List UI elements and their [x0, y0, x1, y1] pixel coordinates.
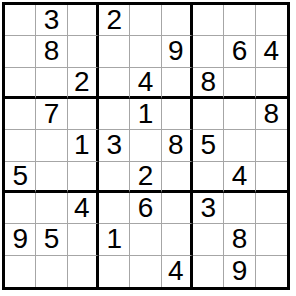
cell-r2c3[interactable]: [68, 36, 99, 67]
given-digit: 8: [168, 131, 184, 159]
given-digit: 8: [44, 37, 60, 65]
cell-r8c2[interactable]: 5: [36, 224, 67, 255]
cell-r7c5[interactable]: 6: [130, 193, 161, 224]
cell-r5c1[interactable]: [5, 130, 36, 161]
cell-r9c7[interactable]: [193, 256, 224, 287]
cell-r8c3[interactable]: [68, 224, 99, 255]
given-digit: 6: [232, 37, 248, 65]
cell-r7c9[interactable]: [256, 193, 287, 224]
cell-r4c5[interactable]: 1: [130, 99, 161, 130]
cell-r3c3[interactable]: 2: [68, 68, 99, 99]
given-digit: 9: [168, 37, 184, 65]
cell-r7c8[interactable]: [224, 193, 255, 224]
cell-r3c8[interactable]: [224, 68, 255, 99]
given-digit: 5: [44, 225, 60, 253]
cell-r4c2[interactable]: 7: [36, 99, 67, 130]
given-digit: 4: [232, 162, 248, 190]
cell-r8c7[interactable]: [193, 224, 224, 255]
cell-r5c7[interactable]: 5: [193, 130, 224, 161]
cell-r7c6[interactable]: [162, 193, 193, 224]
cell-r1c6[interactable]: [162, 5, 193, 36]
cell-r6c8[interactable]: 4: [224, 162, 255, 193]
cell-r3c5[interactable]: 4: [130, 68, 161, 99]
cell-r3c6[interactable]: [162, 68, 193, 99]
cell-r8c9[interactable]: [256, 224, 287, 255]
cell-r2c5[interactable]: [130, 36, 161, 67]
cell-r1c9[interactable]: [256, 5, 287, 36]
cell-r2c8[interactable]: 6: [224, 36, 255, 67]
given-digit: 5: [200, 131, 216, 159]
cell-r7c4[interactable]: [99, 193, 130, 224]
cell-r8c4[interactable]: 1: [99, 224, 130, 255]
cell-r6c7[interactable]: [193, 162, 224, 193]
cell-r9c6[interactable]: 4: [162, 256, 193, 287]
cell-r7c1[interactable]: [5, 193, 36, 224]
cell-r9c1[interactable]: [5, 256, 36, 287]
cell-r9c9[interactable]: [256, 256, 287, 287]
given-digit: 2: [106, 6, 122, 34]
cell-r6c9[interactable]: [256, 162, 287, 193]
cell-r5c2[interactable]: [36, 130, 67, 161]
cell-r5c4[interactable]: 3: [99, 130, 130, 161]
cell-r1c5[interactable]: [130, 5, 161, 36]
cell-r9c8[interactable]: 9: [224, 256, 255, 287]
cell-r1c2[interactable]: 3: [36, 5, 67, 36]
cell-r3c7[interactable]: 8: [193, 68, 224, 99]
sudoku-board: 3289642487181385524463951849: [2, 2, 290, 290]
cell-r5c8[interactable]: [224, 130, 255, 161]
cell-r6c6[interactable]: [162, 162, 193, 193]
given-digit: 3: [200, 194, 216, 222]
given-digit: 2: [74, 68, 90, 96]
given-digit: 3: [44, 6, 60, 34]
cell-r4c4[interactable]: [99, 99, 130, 130]
given-digit: 1: [138, 100, 154, 128]
given-digit: 6: [138, 194, 154, 222]
cell-r3c9[interactable]: [256, 68, 287, 99]
cell-r2c9[interactable]: 4: [256, 36, 287, 67]
given-digit: 7: [44, 100, 60, 128]
cell-r6c3[interactable]: [68, 162, 99, 193]
given-digit: 4: [168, 257, 184, 285]
cell-r4c9[interactable]: 8: [256, 99, 287, 130]
cell-r2c6[interactable]: 9: [162, 36, 193, 67]
cell-r9c4[interactable]: [99, 256, 130, 287]
cell-r8c6[interactable]: [162, 224, 193, 255]
cell-r2c4[interactable]: [99, 36, 130, 67]
cell-r1c1[interactable]: [5, 5, 36, 36]
cell-r4c7[interactable]: [193, 99, 224, 130]
cell-r9c2[interactable]: [36, 256, 67, 287]
cell-r1c4[interactable]: 2: [99, 5, 130, 36]
cell-r8c8[interactable]: 8: [224, 224, 255, 255]
given-digit: 4: [138, 68, 154, 96]
cell-r7c3[interactable]: 4: [68, 193, 99, 224]
cell-r4c6[interactable]: [162, 99, 193, 130]
cell-r7c2[interactable]: [36, 193, 67, 224]
cell-r7c7[interactable]: 3: [193, 193, 224, 224]
cell-r2c7[interactable]: [193, 36, 224, 67]
cell-r4c1[interactable]: [5, 99, 36, 130]
cell-r6c4[interactable]: [99, 162, 130, 193]
given-digit: 3: [106, 131, 122, 159]
cell-r3c2[interactable]: [36, 68, 67, 99]
given-digit: 4: [74, 194, 90, 222]
cell-r1c8[interactable]: [224, 5, 255, 36]
given-digit: 8: [200, 68, 216, 96]
given-digit: 8: [264, 100, 280, 128]
cell-r8c5[interactable]: [130, 224, 161, 255]
given-digit: 9: [12, 225, 28, 253]
cell-r5c9[interactable]: [256, 130, 287, 161]
cell-r4c8[interactable]: [224, 99, 255, 130]
cell-r3c1[interactable]: [5, 68, 36, 99]
cell-r1c7[interactable]: [193, 5, 224, 36]
cell-r5c6[interactable]: 8: [162, 130, 193, 161]
cell-r5c5[interactable]: [130, 130, 161, 161]
cell-r2c1[interactable]: [5, 36, 36, 67]
cell-r4c3[interactable]: [68, 99, 99, 130]
cell-r2c2[interactable]: 8: [36, 36, 67, 67]
cell-r9c5[interactable]: [130, 256, 161, 287]
cell-r9c3[interactable]: [68, 256, 99, 287]
cell-r1c3[interactable]: [68, 5, 99, 36]
cell-r6c1[interactable]: 5: [5, 162, 36, 193]
given-digit: 4: [264, 37, 280, 65]
cell-r8c1[interactable]: 9: [5, 224, 36, 255]
given-digit: 9: [232, 257, 248, 285]
given-digit: 8: [232, 225, 248, 253]
cell-r5c3[interactable]: 1: [68, 130, 99, 161]
cell-r3c4[interactable]: [99, 68, 130, 99]
cell-r6c5[interactable]: 2: [130, 162, 161, 193]
cell-r6c2[interactable]: [36, 162, 67, 193]
given-digit: 2: [138, 162, 154, 190]
given-digit: 1: [106, 225, 122, 253]
given-digit: 1: [74, 131, 90, 159]
given-digit: 5: [12, 162, 28, 190]
